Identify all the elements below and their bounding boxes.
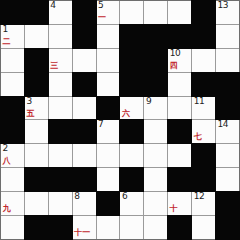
block-cell-r8c4 [73,168,96,191]
block-cell-r2c4 [73,25,96,48]
block-cell-r4c7 [144,73,167,96]
cell-r7c2[interactable] [25,144,48,167]
cell-r2c2[interactable] [25,25,48,48]
block-cell-r6c1 [1,120,24,143]
block-cell-r5c1 [1,97,24,120]
cell-r5c8[interactable] [168,97,191,120]
block-cell-r5c10 [216,97,239,120]
block-cell-r4c2 [25,73,48,96]
cell-r7c7[interactable] [144,144,167,167]
cell-r3c4[interactable] [73,49,96,72]
cell-r10c1[interactable] [1,216,24,239]
red-clue-marker-四: 四 [170,61,178,70]
block-cell-r4c9 [192,73,215,96]
cell-r6c2[interactable] [25,120,48,143]
cell-r10c5[interactable] [97,216,120,239]
cell-r9c4[interactable]: 8 [73,192,96,215]
red-clue-marker-七: 七 [194,132,202,141]
cell-r1c3[interactable]: 4 [49,1,72,24]
block-cell-r8c6 [120,168,143,191]
block-cell-r3c7 [144,49,167,72]
cell-r3c3[interactable]: 三 [49,49,72,72]
cell-r2c1[interactable]: 1二 [1,25,24,48]
red-clue-marker-二: 二 [3,37,11,46]
cell-r5c2[interactable]: 3五 [25,97,48,120]
cell-r9c8[interactable]: 十 [168,192,191,215]
cell-r1c10[interactable]: 13 [216,1,239,24]
cell-r9c6[interactable]: 6 [120,192,143,215]
cell-r5c3[interactable] [49,97,72,120]
cell-r1c7[interactable] [144,1,167,24]
cell-r1c8[interactable] [168,1,191,24]
block-cell-r2c6 [120,25,143,48]
cell-r4c8[interactable] [168,73,191,96]
cell-r3c1[interactable] [1,49,24,72]
cell-r2c5[interactable] [97,25,120,48]
cell-r4c3[interactable] [49,73,72,96]
block-cell-r8c9 [192,168,215,191]
block-cell-r6c3 [49,120,72,143]
block-cell-r8c2 [25,168,48,191]
cell-r8c5[interactable] [97,168,120,191]
block-cell-r4c10 [216,73,239,96]
cell-r5c7[interactable]: 9 [144,97,167,120]
clue-number-2: 2 [3,143,8,153]
cell-r9c1[interactable]: 九 [1,192,24,215]
clue-number-12: 12 [194,191,204,201]
cell-r4c5[interactable] [97,73,120,96]
block-cell-r5c5 [97,97,120,120]
red-clue-marker-六: 六 [122,109,130,118]
block-cell-r10c3 [49,216,72,239]
clue-number-7: 7 [98,119,103,129]
block-cell-r8c8 [168,168,191,191]
clue-number-9: 9 [146,96,151,106]
block-cell-r1c4 [73,1,96,24]
block-cell-r6c8 [168,120,191,143]
cell-r6c10[interactable]: 14 [216,120,239,143]
block-cell-r6c4 [73,120,96,143]
clue-number-5: 5 [98,0,103,10]
cell-r10c6[interactable] [120,216,143,239]
cell-r7c6[interactable] [120,144,143,167]
cell-r4c1[interactable] [1,73,24,96]
cell-r5c6[interactable]: 六 [120,97,143,120]
block-cell-r2c8 [168,25,191,48]
block-cell-r1c2 [25,1,48,24]
red-clue-marker-十: 十 [170,204,178,213]
cell-r9c3[interactable] [49,192,72,215]
clue-number-8: 8 [74,191,79,201]
block-cell-r2c7 [144,25,167,48]
cell-r2c10[interactable] [216,25,239,48]
block-cell-r4c4 [73,73,96,96]
block-cell-r4c6 [120,73,143,96]
block-cell-r10c10 [216,216,239,239]
cell-r6c5[interactable]: 7 [97,120,120,143]
clue-number-13: 13 [218,0,228,10]
clue-number-1: 1 [3,24,8,34]
clue-number-14: 14 [218,119,228,129]
clue-number-4: 4 [50,0,55,10]
block-cell-r1c1 [1,1,24,24]
crossword-grid: 45一131二三10四3五六9117七142八九86十12十一 [0,0,240,240]
cell-r1c6[interactable] [120,1,143,24]
cell-r7c10[interactable] [216,144,239,167]
block-cell-r10c8 [168,216,191,239]
cell-r10c9[interactable] [192,216,215,239]
clue-number-3: 3 [26,96,31,106]
cell-r6c9[interactable]: 七 [192,120,215,143]
cell-r5c4[interactable] [73,97,96,120]
cell-r7c3[interactable] [49,144,72,167]
cell-r3c5[interactable] [97,49,120,72]
cell-r3c9[interactable] [192,49,215,72]
cell-r6c7[interactable] [144,120,167,143]
cell-r9c7[interactable] [144,192,167,215]
cell-r5c9[interactable]: 11 [192,97,215,120]
cell-r1c5[interactable]: 5一 [97,1,120,24]
cell-r9c2[interactable] [25,192,48,215]
block-cell-r2c9 [192,25,215,48]
cell-r3c8[interactable]: 10四 [168,49,191,72]
clue-number-11: 11 [194,96,204,106]
red-clue-marker-九: 九 [3,204,11,213]
cell-r3c10[interactable] [216,49,239,72]
cell-r8c7[interactable] [144,168,167,191]
cell-r7c4[interactable] [73,144,96,167]
red-clue-marker-三: 三 [50,61,58,70]
block-cell-r9c5 [97,192,120,215]
red-clue-marker-五: 五 [26,109,34,118]
clue-number-10: 10 [170,48,180,58]
cell-r2c3[interactable] [49,25,72,48]
cell-r10c7[interactable] [144,216,167,239]
block-cell-r9c10 [216,192,239,215]
red-clue-marker-十一: 十一 [74,228,90,237]
red-clue-marker-八: 八 [3,156,11,165]
cell-r10c4[interactable]: 十一 [73,216,96,239]
block-cell-r6c6 [120,120,143,143]
cell-r7c5[interactable] [97,144,120,167]
cell-r8c1[interactable] [1,168,24,191]
block-cell-r3c2 [25,49,48,72]
cell-r8c10[interactable] [216,168,239,191]
block-cell-r1c9 [192,1,215,24]
cell-r9c9[interactable]: 12 [192,192,215,215]
red-clue-marker-一: 一 [98,13,106,22]
block-cell-r10c2 [25,216,48,239]
clue-number-6: 6 [122,191,127,201]
cell-r7c8[interactable] [168,144,191,167]
block-cell-r7c9 [192,144,215,167]
block-cell-r8c3 [49,168,72,191]
block-cell-r3c6 [120,49,143,72]
cell-r7c1[interactable]: 2八 [1,144,24,167]
